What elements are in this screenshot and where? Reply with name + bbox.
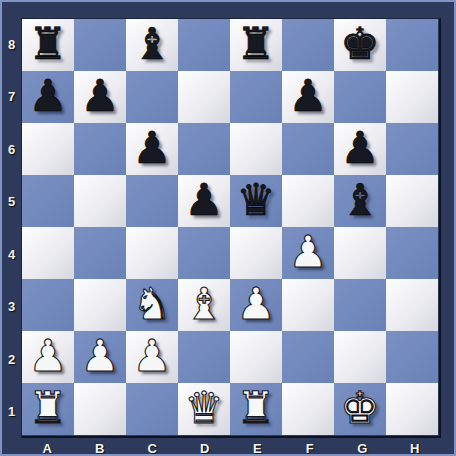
black-rook[interactable]: ♜ bbox=[230, 19, 282, 71]
square-a8[interactable]: ♜ bbox=[22, 19, 74, 71]
square-d6[interactable] bbox=[178, 123, 230, 175]
square-g5[interactable]: ♝ bbox=[334, 175, 386, 227]
square-h3[interactable] bbox=[386, 279, 438, 331]
square-g8[interactable]: ♚ bbox=[334, 19, 386, 71]
black-pawn[interactable]: ♟ bbox=[334, 123, 386, 175]
square-e2[interactable] bbox=[230, 331, 282, 383]
square-d5[interactable]: ♟ bbox=[178, 175, 230, 227]
square-c1[interactable] bbox=[126, 383, 178, 435]
square-h7[interactable] bbox=[386, 71, 438, 123]
black-pawn[interactable]: ♟ bbox=[178, 175, 230, 227]
square-b6[interactable] bbox=[74, 123, 126, 175]
square-c7[interactable] bbox=[126, 71, 178, 123]
white-knight[interactable]: ♞ bbox=[126, 279, 178, 331]
square-e1[interactable]: ♜ bbox=[230, 383, 282, 435]
white-pawn[interactable]: ♟ bbox=[282, 227, 334, 279]
rank-labels: 87654321 bbox=[2, 18, 21, 438]
rank-label-7: 7 bbox=[2, 71, 21, 124]
square-f6[interactable] bbox=[282, 123, 334, 175]
square-c6[interactable]: ♟ bbox=[126, 123, 178, 175]
square-g3[interactable] bbox=[334, 279, 386, 331]
square-a2[interactable]: ♟ bbox=[22, 331, 74, 383]
rank-label-6: 6 bbox=[2, 123, 21, 176]
square-h6[interactable] bbox=[386, 123, 438, 175]
square-d2[interactable] bbox=[178, 331, 230, 383]
square-a3[interactable] bbox=[22, 279, 74, 331]
square-f5[interactable] bbox=[282, 175, 334, 227]
square-b7[interactable]: ♟ bbox=[74, 71, 126, 123]
white-pawn[interactable]: ♟ bbox=[22, 331, 74, 383]
square-e4[interactable] bbox=[230, 227, 282, 279]
square-e8[interactable]: ♜ bbox=[230, 19, 282, 71]
square-f7[interactable]: ♟ bbox=[282, 71, 334, 123]
square-h4[interactable] bbox=[386, 227, 438, 279]
rank-label-4: 4 bbox=[2, 228, 21, 281]
square-a4[interactable] bbox=[22, 227, 74, 279]
square-h2[interactable] bbox=[386, 331, 438, 383]
file-label-a: A bbox=[21, 440, 74, 456]
square-d1[interactable]: ♛ bbox=[178, 383, 230, 435]
square-f2[interactable] bbox=[282, 331, 334, 383]
square-b3[interactable] bbox=[74, 279, 126, 331]
file-label-f: F bbox=[284, 440, 337, 456]
rank-label-3: 3 bbox=[2, 281, 21, 334]
file-labels: ABCDEFGH bbox=[21, 440, 441, 456]
rank-label-2: 2 bbox=[2, 333, 21, 386]
white-king[interactable]: ♚ bbox=[334, 383, 386, 435]
black-pawn[interactable]: ♟ bbox=[282, 71, 334, 123]
square-e3[interactable]: ♟ bbox=[230, 279, 282, 331]
square-b5[interactable] bbox=[74, 175, 126, 227]
black-king[interactable]: ♚ bbox=[334, 19, 386, 71]
white-queen[interactable]: ♛ bbox=[178, 383, 230, 435]
square-g7[interactable] bbox=[334, 71, 386, 123]
chessboard: ♜♝♜♚♟♟♟♟♟♟♛♝♟♞♝♟♟♟♟♜♛♜♚ bbox=[21, 18, 441, 438]
square-f3[interactable] bbox=[282, 279, 334, 331]
square-b8[interactable] bbox=[74, 19, 126, 71]
square-d4[interactable] bbox=[178, 227, 230, 279]
square-f1[interactable] bbox=[282, 383, 334, 435]
rank-label-5: 5 bbox=[2, 176, 21, 229]
black-bishop[interactable]: ♝ bbox=[334, 175, 386, 227]
black-rook[interactable]: ♜ bbox=[22, 19, 74, 71]
square-d8[interactable] bbox=[178, 19, 230, 71]
square-b4[interactable] bbox=[74, 227, 126, 279]
white-pawn[interactable]: ♟ bbox=[126, 331, 178, 383]
white-pawn[interactable]: ♟ bbox=[230, 279, 282, 331]
square-g2[interactable] bbox=[334, 331, 386, 383]
square-b2[interactable]: ♟ bbox=[74, 331, 126, 383]
square-g6[interactable]: ♟ bbox=[334, 123, 386, 175]
square-g1[interactable]: ♚ bbox=[334, 383, 386, 435]
black-pawn[interactable]: ♟ bbox=[126, 123, 178, 175]
square-e7[interactable] bbox=[230, 71, 282, 123]
square-d3[interactable]: ♝ bbox=[178, 279, 230, 331]
square-d7[interactable] bbox=[178, 71, 230, 123]
square-b1[interactable] bbox=[74, 383, 126, 435]
white-bishop[interactable]: ♝ bbox=[178, 279, 230, 331]
square-a7[interactable]: ♟ bbox=[22, 71, 74, 123]
file-label-b: B bbox=[74, 440, 127, 456]
file-label-g: G bbox=[336, 440, 389, 456]
square-f4[interactable]: ♟ bbox=[282, 227, 334, 279]
square-c2[interactable]: ♟ bbox=[126, 331, 178, 383]
file-label-d: D bbox=[179, 440, 232, 456]
white-rook[interactable]: ♜ bbox=[22, 383, 74, 435]
square-h5[interactable] bbox=[386, 175, 438, 227]
black-pawn[interactable]: ♟ bbox=[22, 71, 74, 123]
rank-label-8: 8 bbox=[2, 18, 21, 71]
rank-label-1: 1 bbox=[2, 386, 21, 439]
file-label-e: E bbox=[231, 440, 284, 456]
file-label-h: H bbox=[389, 440, 442, 456]
white-rook[interactable]: ♜ bbox=[230, 383, 282, 435]
black-pawn[interactable]: ♟ bbox=[74, 71, 126, 123]
square-f8[interactable] bbox=[282, 19, 334, 71]
square-c5[interactable] bbox=[126, 175, 178, 227]
square-g4[interactable] bbox=[334, 227, 386, 279]
square-a5[interactable] bbox=[22, 175, 74, 227]
square-h1[interactable] bbox=[386, 383, 438, 435]
square-c4[interactable] bbox=[126, 227, 178, 279]
square-e5[interactable]: ♛ bbox=[230, 175, 282, 227]
square-a1[interactable]: ♜ bbox=[22, 383, 74, 435]
chessboard-frame: 87654321 ♜♝♜♚♟♟♟♟♟♟♛♝♟♞♝♟♟♟♟♜♛♜♚ ABCDEFG… bbox=[0, 0, 456, 456]
square-c3[interactable]: ♞ bbox=[126, 279, 178, 331]
square-h8[interactable] bbox=[386, 19, 438, 71]
black-queen[interactable]: ♛ bbox=[230, 175, 282, 227]
white-pawn[interactable]: ♟ bbox=[74, 331, 126, 383]
square-c8[interactable]: ♝ bbox=[126, 19, 178, 71]
square-e6[interactable] bbox=[230, 123, 282, 175]
file-label-c: C bbox=[126, 440, 179, 456]
square-a6[interactable] bbox=[22, 123, 74, 175]
black-bishop[interactable]: ♝ bbox=[126, 19, 178, 71]
